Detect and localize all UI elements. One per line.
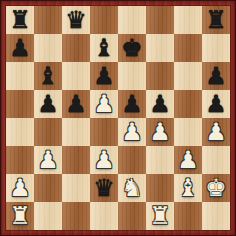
square-d7[interactable]: ♝ bbox=[90, 34, 118, 62]
square-a2[interactable]: ♟ bbox=[6, 174, 34, 202]
board-frame: ♜♛♜♟♝♚♝♟♟♟♟♟♟♟♟♟♟♟♟♟♟♟♛♞♝♚♜♜ bbox=[0, 0, 236, 236]
piece-white-pawn[interactable]: ♟ bbox=[9, 174, 31, 202]
square-d2[interactable]: ♛ bbox=[90, 174, 118, 202]
square-b5[interactable]: ♟ bbox=[34, 90, 62, 118]
piece-black-pawn[interactable]: ♟ bbox=[9, 34, 31, 62]
square-f4[interactable]: ♟ bbox=[146, 118, 174, 146]
square-f2[interactable] bbox=[146, 174, 174, 202]
square-e3[interactable] bbox=[118, 146, 146, 174]
square-g5[interactable] bbox=[174, 90, 202, 118]
piece-black-rook[interactable]: ♜ bbox=[205, 6, 227, 34]
square-g2[interactable]: ♝ bbox=[174, 174, 202, 202]
square-g6[interactable] bbox=[174, 62, 202, 90]
piece-black-rook[interactable]: ♜ bbox=[9, 6, 31, 34]
square-d5[interactable]: ♟ bbox=[90, 90, 118, 118]
square-c8[interactable]: ♛ bbox=[62, 6, 90, 34]
piece-white-pawn[interactable]: ♟ bbox=[177, 146, 199, 174]
piece-black-pawn[interactable]: ♟ bbox=[205, 90, 227, 118]
square-b2[interactable] bbox=[34, 174, 62, 202]
piece-white-pawn[interactable]: ♟ bbox=[121, 118, 143, 146]
square-c2[interactable] bbox=[62, 174, 90, 202]
square-h2[interactable]: ♚ bbox=[202, 174, 230, 202]
piece-white-pawn[interactable]: ♟ bbox=[37, 146, 59, 174]
square-e5[interactable]: ♟ bbox=[118, 90, 146, 118]
square-h8[interactable]: ♜ bbox=[202, 6, 230, 34]
square-f1[interactable]: ♜ bbox=[146, 202, 174, 230]
piece-white-bishop[interactable]: ♝ bbox=[177, 174, 199, 202]
square-c7[interactable] bbox=[62, 34, 90, 62]
piece-white-pawn[interactable]: ♟ bbox=[205, 118, 227, 146]
piece-black-queen[interactable]: ♛ bbox=[65, 6, 87, 34]
square-a8[interactable]: ♜ bbox=[6, 6, 34, 34]
piece-black-pawn[interactable]: ♟ bbox=[205, 62, 227, 90]
square-a6[interactable] bbox=[6, 62, 34, 90]
square-b3[interactable]: ♟ bbox=[34, 146, 62, 174]
square-h6[interactable]: ♟ bbox=[202, 62, 230, 90]
square-f7[interactable] bbox=[146, 34, 174, 62]
piece-black-bishop[interactable]: ♝ bbox=[93, 34, 115, 62]
square-g3[interactable]: ♟ bbox=[174, 146, 202, 174]
piece-black-king[interactable]: ♚ bbox=[121, 34, 143, 62]
square-d1[interactable] bbox=[90, 202, 118, 230]
square-g4[interactable] bbox=[174, 118, 202, 146]
square-d8[interactable] bbox=[90, 6, 118, 34]
square-a1[interactable]: ♜ bbox=[6, 202, 34, 230]
chess-board: ♜♛♜♟♝♚♝♟♟♟♟♟♟♟♟♟♟♟♟♟♟♟♛♞♝♚♜♜ bbox=[6, 6, 230, 230]
square-a4[interactable] bbox=[6, 118, 34, 146]
square-g7[interactable] bbox=[174, 34, 202, 62]
square-g1[interactable] bbox=[174, 202, 202, 230]
square-d6[interactable]: ♟ bbox=[90, 62, 118, 90]
square-e7[interactable]: ♚ bbox=[118, 34, 146, 62]
square-f5[interactable]: ♟ bbox=[146, 90, 174, 118]
piece-white-pawn[interactable]: ♟ bbox=[93, 146, 115, 174]
piece-white-king[interactable]: ♚ bbox=[205, 174, 227, 202]
piece-white-rook[interactable]: ♜ bbox=[149, 202, 171, 230]
square-b7[interactable] bbox=[34, 34, 62, 62]
square-f8[interactable] bbox=[146, 6, 174, 34]
piece-black-bishop[interactable]: ♝ bbox=[37, 62, 59, 90]
square-c1[interactable] bbox=[62, 202, 90, 230]
piece-black-pawn[interactable]: ♟ bbox=[37, 90, 59, 118]
piece-white-pawn[interactable]: ♟ bbox=[93, 90, 115, 118]
square-h3[interactable] bbox=[202, 146, 230, 174]
square-g8[interactable] bbox=[174, 6, 202, 34]
piece-white-knight[interactable]: ♞ bbox=[121, 174, 143, 202]
piece-white-rook[interactable]: ♜ bbox=[9, 202, 31, 230]
square-b4[interactable] bbox=[34, 118, 62, 146]
square-d3[interactable]: ♟ bbox=[90, 146, 118, 174]
square-h7[interactable] bbox=[202, 34, 230, 62]
square-c6[interactable] bbox=[62, 62, 90, 90]
piece-black-pawn[interactable]: ♟ bbox=[65, 90, 87, 118]
square-f6[interactable] bbox=[146, 62, 174, 90]
square-h1[interactable] bbox=[202, 202, 230, 230]
square-e8[interactable] bbox=[118, 6, 146, 34]
piece-black-pawn[interactable]: ♟ bbox=[121, 90, 143, 118]
piece-black-pawn[interactable]: ♟ bbox=[149, 90, 171, 118]
square-h5[interactable]: ♟ bbox=[202, 90, 230, 118]
square-e2[interactable]: ♞ bbox=[118, 174, 146, 202]
square-e6[interactable] bbox=[118, 62, 146, 90]
square-a3[interactable] bbox=[6, 146, 34, 174]
square-c5[interactable]: ♟ bbox=[62, 90, 90, 118]
square-b6[interactable]: ♝ bbox=[34, 62, 62, 90]
square-e1[interactable] bbox=[118, 202, 146, 230]
piece-white-pawn[interactable]: ♟ bbox=[149, 118, 171, 146]
square-c4[interactable] bbox=[62, 118, 90, 146]
square-f3[interactable] bbox=[146, 146, 174, 174]
square-e4[interactable]: ♟ bbox=[118, 118, 146, 146]
square-a7[interactable]: ♟ bbox=[6, 34, 34, 62]
square-b1[interactable] bbox=[34, 202, 62, 230]
square-c3[interactable] bbox=[62, 146, 90, 174]
square-b8[interactable] bbox=[34, 6, 62, 34]
square-h4[interactable]: ♟ bbox=[202, 118, 230, 146]
piece-black-pawn[interactable]: ♟ bbox=[93, 62, 115, 90]
square-a5[interactable] bbox=[6, 90, 34, 118]
square-d4[interactable] bbox=[90, 118, 118, 146]
piece-black-queen[interactable]: ♛ bbox=[93, 174, 115, 202]
